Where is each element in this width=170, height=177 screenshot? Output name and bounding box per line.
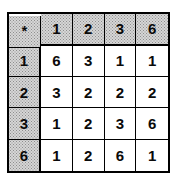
cell-r2-c4: 2 <box>136 77 168 108</box>
cell-r4-c1: 1 <box>41 140 73 171</box>
cell-r2-c1: 3 <box>41 77 73 108</box>
cell-r4-c3: 6 <box>105 140 137 171</box>
operation-table-board: * 1 2 3 6 1 6 3 1 1 2 3 2 2 2 3 1 2 3 6 … <box>7 12 170 173</box>
cell-r4-c4: 1 <box>136 140 168 171</box>
col-header-4: 6 <box>136 14 168 46</box>
corner-operator-cell: * <box>9 16 41 48</box>
cell-r1-c3: 1 <box>105 46 137 77</box>
cell-r1-c1: 6 <box>41 46 73 77</box>
cell-r2-c2: 2 <box>73 77 105 108</box>
col-header-3: 3 <box>105 14 137 46</box>
col-header-1: 1 <box>41 14 73 46</box>
row-header-3: 3 <box>9 108 41 139</box>
cell-r4-c2: 2 <box>73 140 105 171</box>
cell-r3-c1: 1 <box>41 108 73 139</box>
col-header-2: 2 <box>73 14 105 46</box>
row-header-2: 2 <box>9 77 41 108</box>
row-header-1: 1 <box>9 46 41 77</box>
cell-r3-c4: 6 <box>136 108 168 139</box>
cell-r3-c2: 2 <box>73 108 105 139</box>
cell-r1-c2: 3 <box>73 46 105 77</box>
cell-r2-c3: 2 <box>105 77 137 108</box>
row-header-4: 6 <box>9 140 41 171</box>
cell-r3-c3: 3 <box>105 108 137 139</box>
cell-r1-c4: 1 <box>136 46 168 77</box>
